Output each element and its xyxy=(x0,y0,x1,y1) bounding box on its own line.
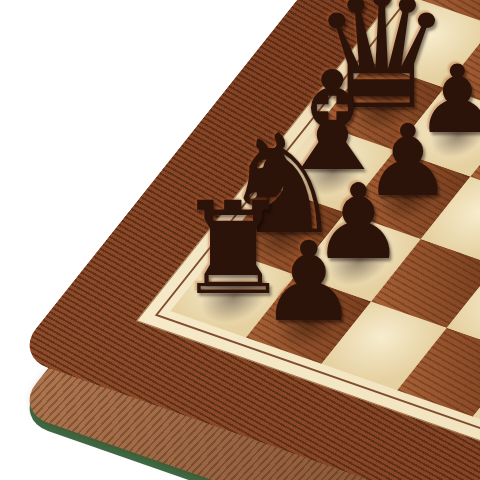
piece-black-pawn-a7[interactable]: ♟ xyxy=(259,227,358,337)
chess-photo-scene: ♜♞♝♛♟♟♟♟ xyxy=(0,0,480,480)
